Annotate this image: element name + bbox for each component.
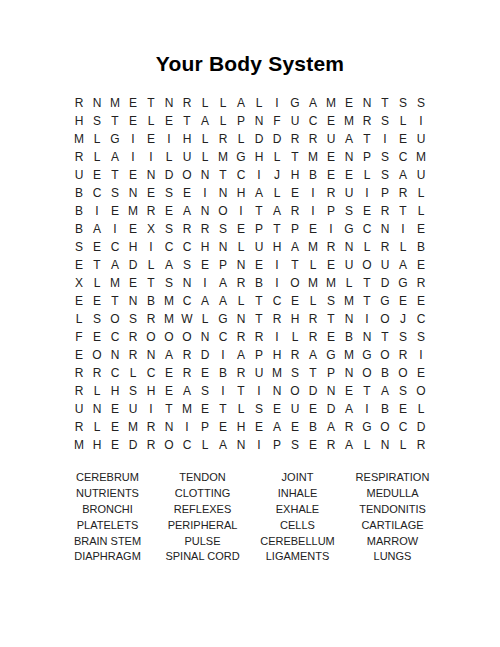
- grid-cell-r20c4: D: [124, 436, 142, 454]
- grid-cell-r3c3: G: [106, 130, 124, 148]
- grid-cell-r8c4: E: [124, 220, 142, 238]
- grid-cell-r13c1: L: [70, 310, 88, 328]
- grid-cell-r18c10: L: [232, 400, 250, 418]
- word-list-item: BRAIN STEM: [60, 533, 155, 549]
- grid-cell-r18c13: U: [286, 400, 304, 418]
- grid-cell-r13c14: R: [304, 310, 322, 328]
- grid-cell-r15c6: A: [160, 346, 178, 364]
- grid-cell-r17c19: S: [394, 382, 412, 400]
- grid-cell-r3c16: A: [340, 130, 358, 148]
- grid-cell-r9c5: I: [142, 238, 160, 256]
- grid-cell-r14c2: E: [88, 328, 106, 346]
- word-list-item: CARTILAGE: [345, 517, 440, 533]
- grid-cell-r15c19: R: [394, 346, 412, 364]
- grid-cell-r14c8: N: [196, 328, 214, 346]
- grid-cell-r18c16: A: [340, 400, 358, 418]
- grid-cell-r14c17: N: [358, 328, 376, 346]
- grid-cell-r1c14: A: [304, 94, 322, 112]
- grid-cell-r1c1: R: [70, 94, 88, 112]
- grid-cell-r20c15: R: [322, 436, 340, 454]
- grid-cell-r4c1: R: [70, 148, 88, 166]
- grid-cell-r13c7: W: [178, 310, 196, 328]
- grid-cell-r2c9: L: [214, 112, 232, 130]
- grid-cell-r7c2: I: [88, 202, 106, 220]
- grid-cell-r4c15: E: [322, 148, 340, 166]
- grid-cell-r20c12: P: [268, 436, 286, 454]
- grid-cell-r1c19: S: [394, 94, 412, 112]
- grid-cell-r11c18: D: [376, 274, 394, 292]
- grid-cell-r1c12: I: [268, 94, 286, 112]
- grid-cell-r5c14: B: [304, 166, 322, 184]
- grid-cell-r1c6: N: [160, 94, 178, 112]
- grid-cell-r14c19: S: [394, 328, 412, 346]
- grid-cell-r18c7: M: [178, 400, 196, 418]
- grid-cell-r12c3: T: [106, 292, 124, 310]
- grid-cell-r3c10: L: [232, 130, 250, 148]
- grid-cell-r1c16: E: [340, 94, 358, 112]
- grid-cell-r6c13: E: [286, 184, 304, 202]
- grid-cell-r16c15: P: [322, 364, 340, 382]
- grid-cell-r2c5: L: [142, 112, 160, 130]
- grid-cell-r20c10: N: [232, 436, 250, 454]
- grid-cell-r10c13: T: [286, 256, 304, 274]
- grid-cell-r9c3: C: [106, 238, 124, 256]
- grid-cell-r3c12: D: [268, 130, 286, 148]
- grid-cell-r16c12: M: [268, 364, 286, 382]
- grid-cell-r3c1: M: [70, 130, 88, 148]
- grid-cell-r2c7: T: [178, 112, 196, 130]
- grid-cell-r17c5: H: [142, 382, 160, 400]
- grid-cell-r12c19: E: [394, 292, 412, 310]
- grid-cell-r10c9: P: [214, 256, 232, 274]
- grid-cell-r2c10: P: [232, 112, 250, 130]
- grid-cell-r5c5: N: [142, 166, 160, 184]
- grid-cell-r17c4: S: [124, 382, 142, 400]
- grid-cell-r17c12: N: [268, 382, 286, 400]
- grid-cell-r12c16: M: [340, 292, 358, 310]
- grid-cell-r1c8: L: [196, 94, 214, 112]
- grid-cell-r12c1: E: [70, 292, 88, 310]
- grid-cell-r6c11: A: [250, 184, 268, 202]
- grid-cell-r13c2: S: [88, 310, 106, 328]
- grid-cell-r17c7: A: [178, 382, 196, 400]
- grid-cell-r1c7: R: [178, 94, 196, 112]
- grid-cell-r20c9: A: [214, 436, 232, 454]
- grid-cell-r20c14: E: [304, 436, 322, 454]
- grid-cell-r18c8: E: [196, 400, 214, 418]
- grid-cell-r4c9: M: [214, 148, 232, 166]
- grid-cell-r10c7: S: [178, 256, 196, 274]
- grid-cell-r11c11: B: [250, 274, 268, 292]
- grid-cell-r9c8: H: [196, 238, 214, 256]
- grid-cell-r10c19: A: [394, 256, 412, 274]
- word-list-item: EXHALE: [250, 502, 345, 518]
- grid-cell-r18c17: I: [358, 400, 376, 418]
- grid-cell-r8c7: R: [178, 220, 196, 238]
- grid-cell-r19c20: D: [412, 418, 430, 436]
- grid-cell-r4c13: T: [286, 148, 304, 166]
- grid-cell-r10c5: L: [142, 256, 160, 274]
- grid-cell-r8c3: I: [106, 220, 124, 238]
- word-list-item: PULSE: [155, 533, 250, 549]
- grid-cell-r6c19: R: [394, 184, 412, 202]
- grid-cell-r7c17: E: [358, 202, 376, 220]
- grid-cell-r17c6: E: [160, 382, 178, 400]
- word-list-item: CEREBRUM: [60, 470, 155, 486]
- grid-cell-r1c13: G: [286, 94, 304, 112]
- grid-cell-r16c8: E: [196, 364, 214, 382]
- grid-cell-r13c20: C: [412, 310, 430, 328]
- grid-cell-r17c1: R: [70, 382, 88, 400]
- grid-cell-r6c8: I: [196, 184, 214, 202]
- grid-cell-r8c15: I: [322, 220, 340, 238]
- grid-cell-r19c9: E: [214, 418, 232, 436]
- grid-cell-r20c17: L: [358, 436, 376, 454]
- grid-cell-r20c16: A: [340, 436, 358, 454]
- grid-cell-r18c18: B: [376, 400, 394, 418]
- grid-cell-r20c13: S: [286, 436, 304, 454]
- grid-cell-r5c18: S: [376, 166, 394, 184]
- grid-cell-r17c17: T: [358, 382, 376, 400]
- grid-cell-r11c9: A: [214, 274, 232, 292]
- grid-cell-r16c10: R: [232, 364, 250, 382]
- grid-cell-r10c3: A: [106, 256, 124, 274]
- word-list-item: MEDULLA: [345, 486, 440, 502]
- grid-cell-r9c15: R: [322, 238, 340, 256]
- grid-cell-r16c1: R: [70, 364, 88, 382]
- grid-cell-r7c20: L: [412, 202, 430, 220]
- grid-cell-r13c10: N: [232, 310, 250, 328]
- word-list-item: CLOTTING: [155, 486, 250, 502]
- grid-cell-r20c5: R: [142, 436, 160, 454]
- grid-cell-r11c4: E: [124, 274, 142, 292]
- grid-cell-r8c1: B: [70, 220, 88, 238]
- grid-cell-r9c13: A: [286, 238, 304, 256]
- grid-cell-r11c17: T: [358, 274, 376, 292]
- grid-cell-r14c9: C: [214, 328, 232, 346]
- grid-cell-r8c13: P: [286, 220, 304, 238]
- grid-cell-r19c15: A: [322, 418, 340, 436]
- grid-cell-r15c7: R: [178, 346, 196, 364]
- grid-cell-r12c4: N: [124, 292, 142, 310]
- grid-cell-r17c8: S: [196, 382, 214, 400]
- grid-cell-r2c8: A: [196, 112, 214, 130]
- grid-cell-r8c10: E: [232, 220, 250, 238]
- grid-cell-r9c9: N: [214, 238, 232, 256]
- grid-cell-r18c11: S: [250, 400, 268, 418]
- grid-cell-r15c4: R: [124, 346, 142, 364]
- grid-cell-r1c3: M: [106, 94, 124, 112]
- word-list-item: CEREBELLUM: [250, 533, 345, 549]
- grid-cell-r16c3: C: [106, 364, 124, 382]
- grid-cell-r12c10: L: [232, 292, 250, 310]
- grid-cell-r6c10: H: [232, 184, 250, 202]
- grid-cell-r11c6: S: [160, 274, 178, 292]
- grid-cell-r17c15: N: [322, 382, 340, 400]
- word-list-item: TENDONITIS: [345, 502, 440, 518]
- grid-cell-r2c4: E: [124, 112, 142, 130]
- grid-cell-r18c15: D: [322, 400, 340, 418]
- grid-cell-r15c3: N: [106, 346, 124, 364]
- grid-cell-r19c17: G: [358, 418, 376, 436]
- grid-cell-r18c4: U: [124, 400, 142, 418]
- grid-cell-r10c1: E: [70, 256, 88, 274]
- grid-cell-r19c2: L: [88, 418, 106, 436]
- word-list-item: REFLEXES: [155, 502, 250, 518]
- grid-cell-r18c9: T: [214, 400, 232, 418]
- grid-cell-r5c15: E: [322, 166, 340, 184]
- grid-cell-r18c3: E: [106, 400, 124, 418]
- grid-cell-r12c12: C: [268, 292, 286, 310]
- grid-cell-r4c16: N: [340, 148, 358, 166]
- grid-cell-r14c13: L: [286, 328, 304, 346]
- grid-cell-r16c6: E: [160, 364, 178, 382]
- grid-cell-r15c2: O: [88, 346, 106, 364]
- grid-cell-r16c9: B: [214, 364, 232, 382]
- grid-cell-r5c8: N: [196, 166, 214, 184]
- grid-cell-r20c11: I: [250, 436, 268, 454]
- grid-cell-r5c16: E: [340, 166, 358, 184]
- grid-cell-r12c18: G: [376, 292, 394, 310]
- grid-cell-r2c3: T: [106, 112, 124, 130]
- grid-cell-r7c4: M: [124, 202, 142, 220]
- grid-cell-r15c9: I: [214, 346, 232, 364]
- grid-cell-r11c2: L: [88, 274, 106, 292]
- grid-cell-r7c16: S: [340, 202, 358, 220]
- grid-cell-r8c8: R: [196, 220, 214, 238]
- grid-cell-r3c11: D: [250, 130, 268, 148]
- word-list-item: BRONCHI: [60, 502, 155, 518]
- grid-cell-r3c9: R: [214, 130, 232, 148]
- grid-cell-r2c13: U: [286, 112, 304, 130]
- grid-cell-r14c6: O: [160, 328, 178, 346]
- grid-cell-r5c9: T: [214, 166, 232, 184]
- grid-cell-r10c8: E: [196, 256, 214, 274]
- grid-cell-r10c6: A: [160, 256, 178, 274]
- grid-cell-r5c17: L: [358, 166, 376, 184]
- grid-cell-r5c4: E: [124, 166, 142, 184]
- grid-cell-r11c10: R: [232, 274, 250, 292]
- grid-cell-r11c3: M: [106, 274, 124, 292]
- grid-cell-r3c13: R: [286, 130, 304, 148]
- word-list-item: TENDON: [155, 470, 250, 486]
- grid-cell-r7c8: N: [196, 202, 214, 220]
- grid-cell-r20c20: R: [412, 436, 430, 454]
- grid-cell-r19c11: E: [250, 418, 268, 436]
- grid-cell-r1c9: L: [214, 94, 232, 112]
- grid-cell-r19c13: E: [286, 418, 304, 436]
- grid-cell-r14c18: T: [376, 328, 394, 346]
- grid-cell-r5c19: A: [394, 166, 412, 184]
- grid-cell-r7c11: T: [250, 202, 268, 220]
- grid-cell-r7c3: E: [106, 202, 124, 220]
- word-list-item: SPINAL CORD: [155, 549, 250, 565]
- grid-cell-r19c8: P: [196, 418, 214, 436]
- grid-cell-r4c11: H: [250, 148, 268, 166]
- grid-cell-r10c14: L: [304, 256, 322, 274]
- grid-cell-r5c13: H: [286, 166, 304, 184]
- grid-cell-r17c20: O: [412, 382, 430, 400]
- grid-cell-r2c20: I: [412, 112, 430, 130]
- grid-cell-r3c15: U: [322, 130, 340, 148]
- grid-cell-r9c18: R: [376, 238, 394, 256]
- word-list-item: PLATELETS: [60, 517, 155, 533]
- grid-cell-r8c20: E: [412, 220, 430, 238]
- grid-cell-r9c7: C: [178, 238, 196, 256]
- grid-cell-r7c5: R: [142, 202, 160, 220]
- grid-cell-r10c17: O: [358, 256, 376, 274]
- grid-cell-r8c11: P: [250, 220, 268, 238]
- grid-cell-r7c13: R: [286, 202, 304, 220]
- grid-cell-r20c19: L: [394, 436, 412, 454]
- grid-cell-r7c1: B: [70, 202, 88, 220]
- grid-cell-r20c3: E: [106, 436, 124, 454]
- word-list-item: LIGAMENTS: [250, 549, 345, 565]
- grid-cell-r4c10: G: [232, 148, 250, 166]
- word-search-grid: RNMETNRLLALIGAMENTSSHSTELETALPNFUCEMRSLI…: [70, 94, 430, 454]
- grid-cell-r2c16: M: [340, 112, 358, 130]
- grid-cell-r17c2: L: [88, 382, 106, 400]
- grid-cell-r15c1: E: [70, 346, 88, 364]
- grid-cell-r12c17: T: [358, 292, 376, 310]
- grid-cell-r15c11: P: [250, 346, 268, 364]
- grid-cell-r10c16: U: [340, 256, 358, 274]
- grid-cell-r17c3: H: [106, 382, 124, 400]
- grid-cell-r14c14: R: [304, 328, 322, 346]
- grid-cell-r19c12: A: [268, 418, 286, 436]
- grid-cell-r9c20: B: [412, 238, 430, 256]
- grid-cell-r13c3: O: [106, 310, 124, 328]
- grid-cell-r18c12: E: [268, 400, 286, 418]
- grid-cell-r20c18: N: [376, 436, 394, 454]
- word-list: CEREBRUMTENDONJOINTRESPIRATIONNUTRIENTSC…: [60, 470, 440, 565]
- grid-cell-r13c15: T: [322, 310, 340, 328]
- grid-cell-r7c9: O: [214, 202, 232, 220]
- grid-cell-r17c14: D: [304, 382, 322, 400]
- word-list-item: INHALE: [250, 486, 345, 502]
- grid-cell-r4c5: I: [142, 148, 160, 166]
- grid-cell-r8c14: E: [304, 220, 322, 238]
- grid-cell-r20c6: O: [160, 436, 178, 454]
- grid-cell-r19c14: B: [304, 418, 322, 436]
- grid-cell-r6c4: N: [124, 184, 142, 202]
- grid-cell-r12c5: B: [142, 292, 160, 310]
- grid-cell-r14c16: B: [340, 328, 358, 346]
- grid-cell-r14c20: S: [412, 328, 430, 346]
- grid-cell-r15c15: G: [322, 346, 340, 364]
- grid-cell-r14c5: O: [142, 328, 160, 346]
- grid-cell-r6c3: S: [106, 184, 124, 202]
- grid-cell-r17c11: I: [250, 382, 268, 400]
- grid-cell-r4c6: L: [160, 148, 178, 166]
- grid-cell-r2c11: N: [250, 112, 268, 130]
- grid-cell-r8c2: A: [88, 220, 106, 238]
- grid-cell-r17c18: A: [376, 382, 394, 400]
- grid-cell-r8c19: I: [394, 220, 412, 238]
- grid-cell-r11c15: M: [322, 274, 340, 292]
- grid-cell-r1c2: N: [88, 94, 106, 112]
- grid-cell-r4c12: L: [268, 148, 286, 166]
- grid-cell-r15c17: G: [358, 346, 376, 364]
- grid-cell-r2c2: S: [88, 112, 106, 130]
- grid-cell-r4c3: A: [106, 148, 124, 166]
- grid-cell-r2c1: H: [70, 112, 88, 130]
- grid-cell-r12c2: E: [88, 292, 106, 310]
- grid-cell-r19c19: C: [394, 418, 412, 436]
- grid-cell-r3c20: U: [412, 130, 430, 148]
- grid-cell-r19c16: R: [340, 418, 358, 436]
- grid-cell-r8c5: X: [142, 220, 160, 238]
- grid-cell-r8c18: N: [376, 220, 394, 238]
- grid-cell-r1c11: L: [250, 94, 268, 112]
- grid-cell-r3c19: E: [394, 130, 412, 148]
- grid-cell-r5c3: T: [106, 166, 124, 184]
- grid-cell-r6c9: N: [214, 184, 232, 202]
- grid-cell-r3c7: H: [178, 130, 196, 148]
- grid-cell-r12c14: L: [304, 292, 322, 310]
- grid-cell-r2c15: E: [322, 112, 340, 130]
- grid-cell-r16c19: O: [394, 364, 412, 382]
- grid-cell-r16c17: O: [358, 364, 376, 382]
- grid-cell-r17c9: I: [214, 382, 232, 400]
- grid-cell-r11c8: I: [196, 274, 214, 292]
- grid-cell-r12c11: T: [250, 292, 268, 310]
- grid-cell-r13c19: J: [394, 310, 412, 328]
- grid-cell-r5c6: D: [160, 166, 178, 184]
- grid-cell-r20c2: H: [88, 436, 106, 454]
- grid-cell-r14c11: R: [250, 328, 268, 346]
- grid-cell-r6c14: I: [304, 184, 322, 202]
- grid-cell-r10c18: U: [376, 256, 394, 274]
- grid-cell-r10c10: N: [232, 256, 250, 274]
- grid-cell-r9c16: N: [340, 238, 358, 256]
- grid-cell-r7c19: T: [394, 202, 412, 220]
- grid-cell-r13c18: O: [376, 310, 394, 328]
- grid-cell-r12c15: S: [322, 292, 340, 310]
- grid-cell-r12c6: M: [160, 292, 178, 310]
- grid-cell-r8c9: S: [214, 220, 232, 238]
- grid-cell-r11c5: T: [142, 274, 160, 292]
- grid-cell-r12c8: A: [196, 292, 214, 310]
- grid-cell-r19c6: N: [160, 418, 178, 436]
- grid-cell-r16c2: R: [88, 364, 106, 382]
- grid-cell-r14c10: R: [232, 328, 250, 346]
- grid-cell-r19c5: R: [142, 418, 160, 436]
- grid-cell-r15c5: N: [142, 346, 160, 364]
- grid-cell-r5c10: C: [232, 166, 250, 184]
- grid-cell-r4c8: L: [196, 148, 214, 166]
- grid-cell-r3c4: I: [124, 130, 142, 148]
- grid-cell-r8c6: S: [160, 220, 178, 238]
- grid-cell-r12c20: E: [412, 292, 430, 310]
- grid-cell-r11c13: O: [286, 274, 304, 292]
- grid-cell-r9c10: L: [232, 238, 250, 256]
- grid-cell-r9c4: H: [124, 238, 142, 256]
- grid-cell-r20c7: C: [178, 436, 196, 454]
- grid-cell-r14c1: F: [70, 328, 88, 346]
- grid-cell-r4c14: M: [304, 148, 322, 166]
- grid-cell-r14c4: R: [124, 328, 142, 346]
- word-list-item: PERIPHERAL: [155, 517, 250, 533]
- grid-cell-r11c7: N: [178, 274, 196, 292]
- grid-cell-r9c19: L: [394, 238, 412, 256]
- grid-cell-r2c18: S: [376, 112, 394, 130]
- grid-cell-r1c15: M: [322, 94, 340, 112]
- word-list-item: CELLS: [250, 517, 345, 533]
- grid-cell-r5c12: J: [268, 166, 286, 184]
- grid-cell-r9c17: L: [358, 238, 376, 256]
- grid-cell-r6c6: S: [160, 184, 178, 202]
